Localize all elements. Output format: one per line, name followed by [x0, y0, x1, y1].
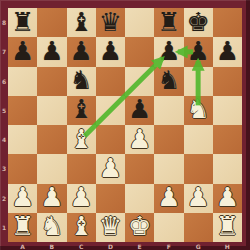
- piece-white-queen[interactable]: ♛: [99, 213, 122, 239]
- square-b3[interactable]: [37, 154, 66, 183]
- square-e5[interactable]: ♟: [125, 96, 154, 125]
- square-h2[interactable]: ♟: [213, 184, 242, 213]
- rank-label-3: 3: [0, 154, 8, 183]
- square-h3[interactable]: [213, 154, 242, 183]
- square-f5[interactable]: [154, 96, 183, 125]
- piece-black-bishop[interactable]: ♝: [69, 9, 92, 35]
- piece-black-pawn[interactable]: ♟: [157, 38, 180, 64]
- square-d5[interactable]: [96, 96, 125, 125]
- square-h1[interactable]: ♜: [213, 213, 242, 242]
- square-a6[interactable]: [8, 67, 37, 96]
- square-g3[interactable]: [184, 154, 213, 183]
- square-c7[interactable]: ♟: [67, 37, 96, 66]
- file-label-g: G: [184, 242, 213, 250]
- file-label-d: D: [96, 242, 125, 250]
- piece-black-rook[interactable]: ♜: [11, 9, 34, 35]
- rank-label-2: 2: [0, 184, 8, 213]
- square-g4[interactable]: [184, 125, 213, 154]
- piece-black-pawn[interactable]: ♟: [128, 96, 151, 122]
- piece-white-king[interactable]: ♚: [128, 213, 151, 239]
- piece-black-pawn[interactable]: ♟: [216, 38, 239, 64]
- rank-label-6: 6: [0, 67, 8, 96]
- piece-white-pawn[interactable]: ♟: [99, 155, 122, 181]
- piece-white-knight[interactable]: ♞: [40, 213, 63, 239]
- square-c8[interactable]: ♝: [67, 8, 96, 37]
- piece-white-pawn[interactable]: ♟: [216, 184, 239, 210]
- square-f4[interactable]: [154, 125, 183, 154]
- piece-white-pawn[interactable]: ♟: [128, 126, 151, 152]
- square-a5[interactable]: [8, 96, 37, 125]
- square-a1[interactable]: ♜: [8, 213, 37, 242]
- square-a2[interactable]: ♟: [8, 184, 37, 213]
- square-a7[interactable]: ♟: [8, 37, 37, 66]
- square-c5[interactable]: ♝: [67, 96, 96, 125]
- square-e2[interactable]: [125, 184, 154, 213]
- piece-white-pawn[interactable]: ♟: [11, 184, 34, 210]
- square-b2[interactable]: ♟: [37, 184, 66, 213]
- square-h8[interactable]: [213, 8, 242, 37]
- square-c1[interactable]: ♝: [67, 213, 96, 242]
- square-h7[interactable]: ♟: [213, 37, 242, 66]
- rank-label-7: 7: [0, 37, 8, 66]
- square-a3[interactable]: [8, 154, 37, 183]
- piece-black-pawn[interactable]: ♟: [99, 38, 122, 64]
- rank-label-4: 4: [0, 125, 8, 154]
- piece-black-knight[interactable]: ♞: [157, 67, 180, 93]
- square-f6[interactable]: ♞: [154, 67, 183, 96]
- square-b8[interactable]: [37, 8, 66, 37]
- square-e7[interactable]: [125, 37, 154, 66]
- square-b7[interactable]: ♟: [37, 37, 66, 66]
- square-b5[interactable]: [37, 96, 66, 125]
- file-label-f: F: [154, 242, 183, 250]
- piece-white-pawn[interactable]: ♟: [157, 184, 180, 210]
- square-h5[interactable]: [213, 96, 242, 125]
- file-labels: ABCDEFGH: [8, 242, 242, 250]
- square-g2[interactable]: ♟: [184, 184, 213, 213]
- square-d7[interactable]: ♟: [96, 37, 125, 66]
- square-e4[interactable]: ♟: [125, 125, 154, 154]
- rank-label-5: 5: [0, 96, 8, 125]
- square-d2[interactable]: [96, 184, 125, 213]
- piece-white-bishop[interactable]: ♝: [69, 213, 92, 239]
- rank-label-1: 1: [0, 213, 8, 242]
- square-b1[interactable]: ♞: [37, 213, 66, 242]
- piece-white-pawn[interactable]: ♟: [69, 184, 92, 210]
- file-label-h: H: [213, 242, 242, 250]
- square-e1[interactable]: ♚: [125, 213, 154, 242]
- square-d3[interactable]: ♟: [96, 154, 125, 183]
- square-c6[interactable]: ♞: [67, 67, 96, 96]
- piece-black-pawn[interactable]: ♟: [11, 38, 34, 64]
- file-label-c: C: [67, 242, 96, 250]
- piece-white-knight[interactable]: ♞: [186, 96, 209, 122]
- square-g8[interactable]: ♚: [184, 8, 213, 37]
- square-g5[interactable]: ♞: [184, 96, 213, 125]
- piece-black-rook[interactable]: ♜: [157, 9, 180, 35]
- square-f8[interactable]: ♜: [154, 8, 183, 37]
- piece-black-pawn[interactable]: ♟: [186, 38, 209, 64]
- square-c4[interactable]: ♝: [67, 125, 96, 154]
- square-e8[interactable]: [125, 8, 154, 37]
- piece-black-bishop[interactable]: ♝: [69, 96, 92, 122]
- square-f2[interactable]: ♟: [154, 184, 183, 213]
- square-f7[interactable]: ♟: [154, 37, 183, 66]
- square-a4[interactable]: [8, 125, 37, 154]
- piece-black-knight[interactable]: ♞: [69, 67, 92, 93]
- square-g1[interactable]: [184, 213, 213, 242]
- square-h4[interactable]: [213, 125, 242, 154]
- piece-white-rook[interactable]: ♜: [216, 213, 239, 239]
- file-label-e: E: [125, 242, 154, 250]
- rank-labels: 87654321: [0, 8, 8, 242]
- rank-label-8: 8: [0, 8, 8, 37]
- square-a8[interactable]: ♜: [8, 8, 37, 37]
- square-g7[interactable]: ♟: [184, 37, 213, 66]
- piece-white-pawn[interactable]: ♟: [40, 184, 63, 210]
- piece-black-queen[interactable]: ♛: [99, 9, 122, 35]
- square-f3[interactable]: [154, 154, 183, 183]
- chess-board-frame: 87654321 ABCDEFGH ♜♝♛♜♚♟♟♟♟♟♟♟♞♞♝♟♞♝♟♟♟♟…: [0, 0, 250, 250]
- piece-white-rook[interactable]: ♜: [11, 213, 34, 239]
- square-b4[interactable]: [37, 125, 66, 154]
- square-g6[interactable]: [184, 67, 213, 96]
- square-d8[interactable]: ♛: [96, 8, 125, 37]
- piece-black-king[interactable]: ♚: [186, 9, 209, 35]
- square-e3[interactable]: [125, 154, 154, 183]
- square-c2[interactable]: ♟: [67, 184, 96, 213]
- square-e6[interactable]: [125, 67, 154, 96]
- square-c3[interactable]: [67, 154, 96, 183]
- square-d4[interactable]: [96, 125, 125, 154]
- piece-white-pawn[interactable]: ♟: [186, 184, 209, 210]
- square-f1[interactable]: [154, 213, 183, 242]
- square-d1[interactable]: ♛: [96, 213, 125, 242]
- file-label-b: B: [37, 242, 66, 250]
- square-b6[interactable]: [37, 67, 66, 96]
- file-label-a: A: [8, 242, 37, 250]
- chess-board: ♜♝♛♜♚♟♟♟♟♟♟♟♞♞♝♟♞♝♟♟♟♟♟♟♟♟♜♞♝♛♚♜: [8, 8, 242, 242]
- piece-black-pawn[interactable]: ♟: [40, 38, 63, 64]
- piece-white-bishop[interactable]: ♝: [69, 126, 92, 152]
- square-h6[interactable]: [213, 67, 242, 96]
- piece-black-pawn[interactable]: ♟: [69, 38, 92, 64]
- square-d6[interactable]: [96, 67, 125, 96]
